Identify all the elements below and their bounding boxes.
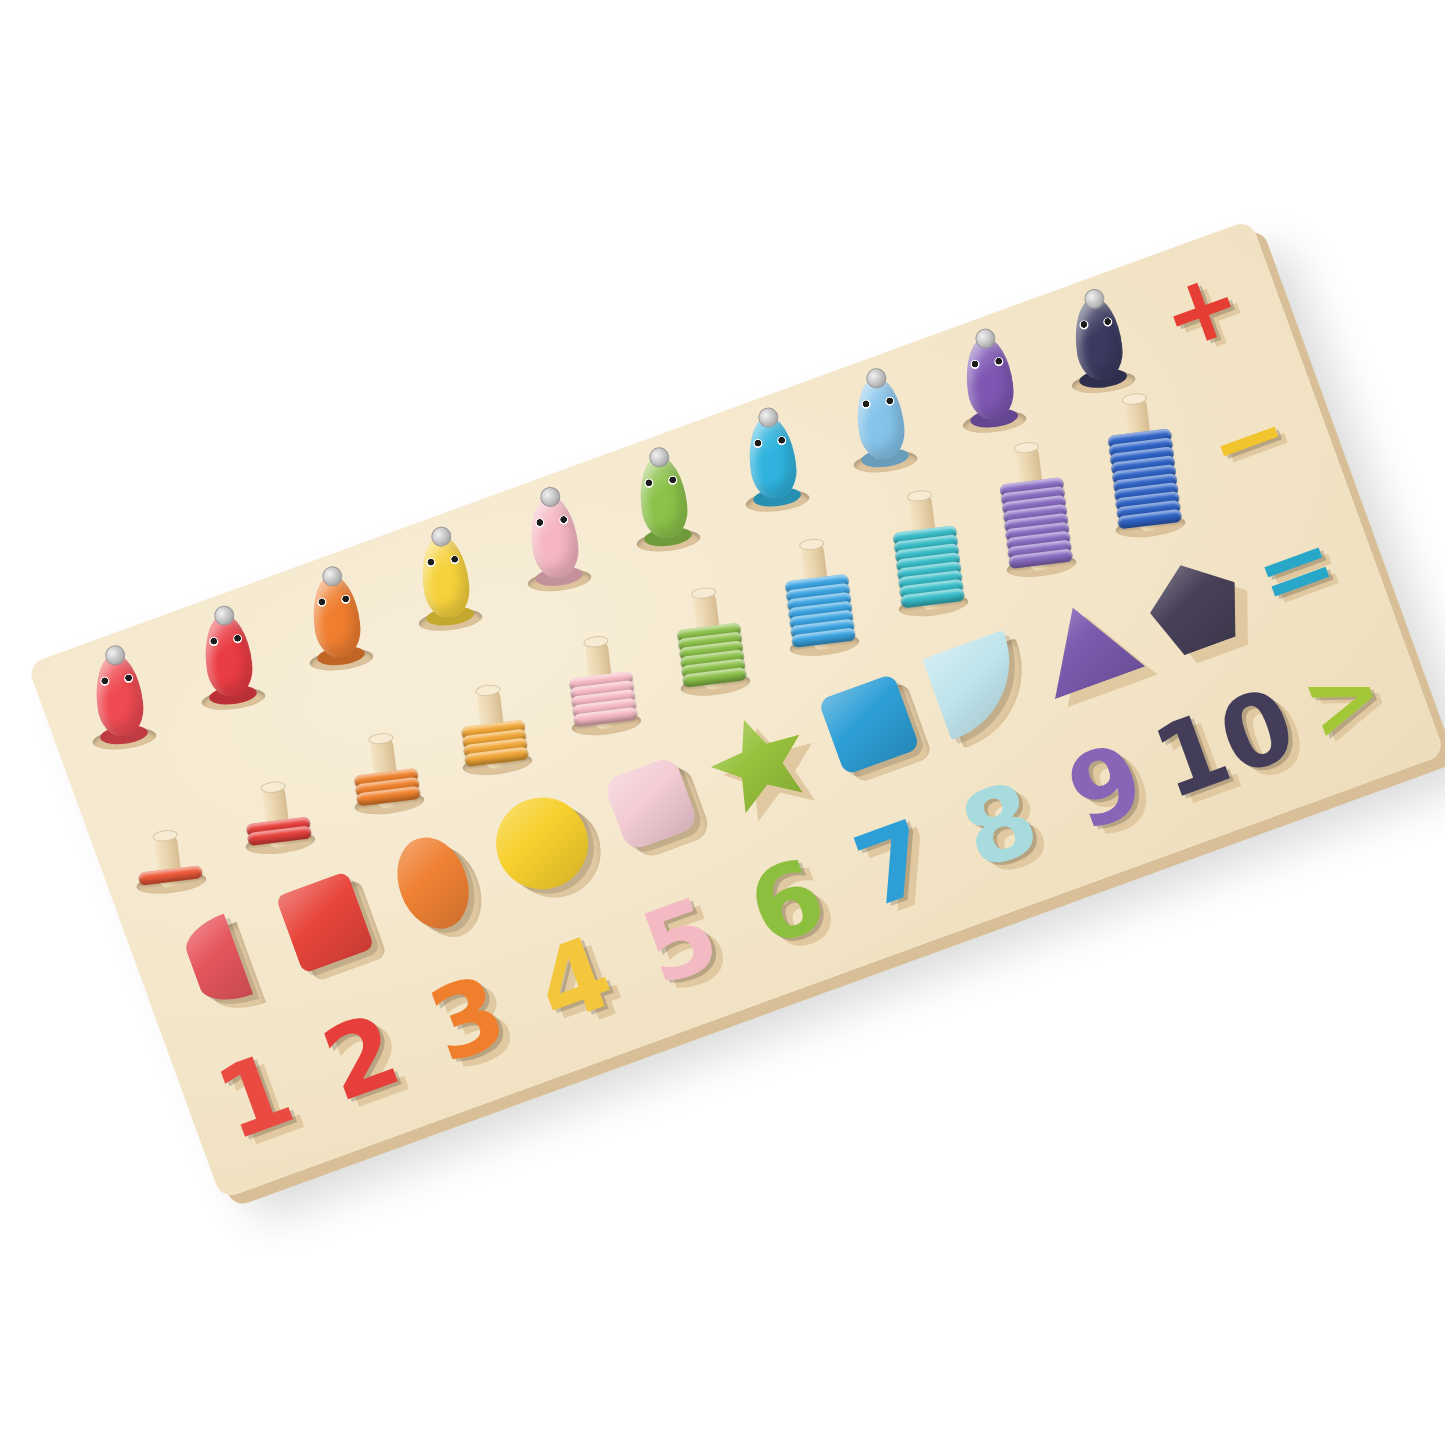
number-3: 33 (429, 968, 529, 1086)
fish-3-orange[interactable] (299, 560, 375, 673)
rings-6 (677, 626, 748, 698)
symbol-piece-minus[interactable]: − (1197, 383, 1301, 496)
symbol-piece-greater-than[interactable]: > (1291, 643, 1395, 756)
fish-1-red[interactable] (81, 640, 157, 753)
rings-8 (892, 529, 966, 619)
rings-7 (785, 578, 858, 659)
fish-body (91, 652, 147, 739)
number-piece-5[interactable]: 5 (631, 883, 731, 1001)
ring-stack-10[interactable] (1076, 378, 1209, 543)
number-1: 11 (216, 1045, 316, 1163)
number-7: 77 (855, 813, 955, 931)
fish-8-light-blue[interactable] (843, 362, 919, 475)
symbol-greater-than: >> (1301, 649, 1405, 762)
fish-body (962, 335, 1018, 422)
symbol-piece-plus[interactable]: + (1149, 253, 1253, 366)
symbol-equals: == (1254, 519, 1358, 632)
symbol-plus: ++ (1159, 260, 1263, 373)
number-4: 44 (536, 929, 636, 1047)
number-piece-8[interactable]: 8 (950, 766, 1050, 884)
number-piece-2[interactable]: 2 (311, 999, 411, 1117)
fish-4-yellow[interactable] (407, 521, 483, 634)
fish-9-purple[interactable] (951, 323, 1027, 436)
fish-body (744, 414, 800, 501)
fish-6-green[interactable] (625, 442, 701, 555)
number-6: 66 (748, 852, 848, 970)
symbol-piece-equals[interactable]: = (1244, 513, 1348, 626)
number-piece-1[interactable]: 1 (205, 1037, 305, 1155)
number-piece-9[interactable]: 9 (1056, 728, 1156, 846)
fish-2-red[interactable] (190, 600, 266, 713)
fish-body (309, 572, 365, 659)
number-piece-6[interactable]: 6 (737, 844, 837, 962)
fish-body (526, 493, 582, 580)
rings-9 (1000, 481, 1075, 580)
fish-5-pink[interactable] (516, 481, 592, 594)
fish-10-navy[interactable] (1060, 283, 1136, 396)
product-photo-background: 1122334455667788991010 ++−−==>> (0, 0, 1445, 1445)
number-piece-7[interactable]: 7 (843, 805, 943, 923)
fish-7-cyan[interactable] (734, 402, 810, 515)
symbol-minus: −− (1206, 389, 1310, 502)
number-8: 88 (961, 774, 1061, 892)
number-9: 99 (1067, 735, 1167, 853)
fish-body (200, 612, 256, 699)
ring[interactable] (138, 865, 203, 886)
rings-10 (1108, 432, 1184, 540)
number-2: 22 (323, 1006, 423, 1124)
board: 1122334455667788991010 ++−−==>> (27, 220, 1445, 1200)
number-piece-3[interactable]: 3 (418, 960, 518, 1078)
fish-body (1071, 295, 1127, 382)
number-piece-4[interactable]: 4 (524, 921, 624, 1039)
fish-body (418, 533, 474, 620)
fish-body (635, 454, 691, 541)
fish-body (853, 374, 909, 461)
number-5: 55 (642, 890, 742, 1008)
